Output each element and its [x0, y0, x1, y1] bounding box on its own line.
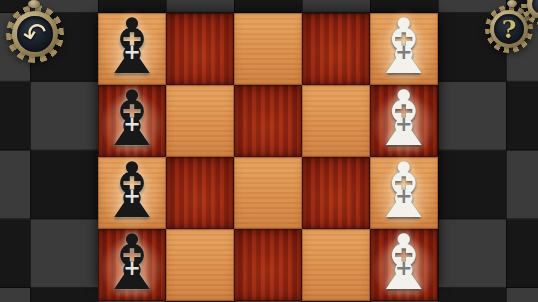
- white-bishop[interactable]: ♝+: [370, 225, 438, 301]
- square-c4[interactable]: [234, 13, 302, 85]
- gear-pin: [507, 0, 517, 7]
- square-e1[interactable]: ♝+: [370, 229, 438, 301]
- square-c2[interactable]: [234, 157, 302, 229]
- bishop-cross-emblem: +: [123, 41, 141, 62]
- square-c3[interactable]: [234, 85, 302, 157]
- bishop-cross-emblem: +: [123, 185, 141, 206]
- square-a1[interactable]: ♝+: [98, 229, 166, 301]
- square-d3[interactable]: [302, 85, 370, 157]
- square-d2[interactable]: [302, 157, 370, 229]
- square-d1[interactable]: [302, 229, 370, 301]
- square-b3[interactable]: [166, 85, 234, 157]
- black-bishop[interactable]: ♝+: [98, 225, 166, 301]
- bishop-cross-emblem: +: [395, 113, 413, 134]
- bishop-cross-emblem: +: [395, 257, 413, 278]
- board: ♝+ ♝+ ♝+ ♝+ ♝+ ♝+ ♝+ ♝+: [98, 13, 438, 288]
- gear-pin: [28, 0, 40, 8]
- square-b2[interactable]: [166, 157, 234, 229]
- square-b4[interactable]: [166, 13, 234, 85]
- undo-button[interactable]: ↶: [6, 5, 64, 63]
- square-b1[interactable]: [166, 229, 234, 301]
- bishop-cross-emblem: +: [123, 257, 141, 278]
- game-screen: ♝+ ♝+ ♝+ ♝+ ♝+ ♝+ ♝+ ♝+ ↶ ?: [0, 0, 538, 302]
- square-d4[interactable]: [302, 13, 370, 85]
- undo-arrow-icon: ↶: [1, 0, 70, 68]
- bishop-cross-emblem: +: [395, 185, 413, 206]
- bishop-cross-emblem: +: [123, 113, 141, 134]
- square-c1[interactable]: [234, 229, 302, 301]
- bishop-cross-emblem: +: [395, 41, 413, 62]
